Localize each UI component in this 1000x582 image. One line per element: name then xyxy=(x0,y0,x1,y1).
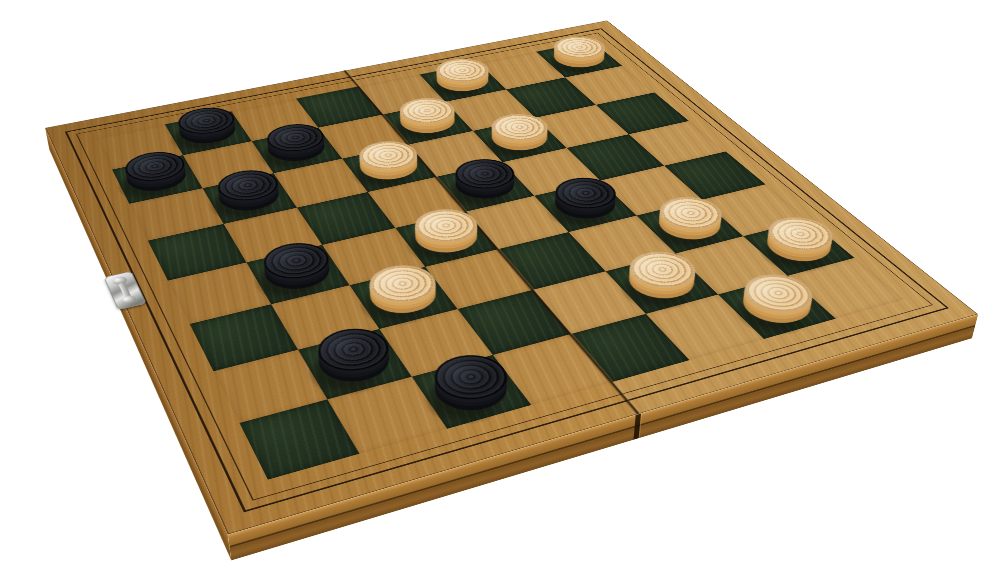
side-fold-notch xyxy=(633,413,641,440)
photo-canvas xyxy=(0,0,1000,582)
latch-knob-icon xyxy=(120,294,138,305)
checkers-board xyxy=(45,21,978,535)
light-checker[interactable] xyxy=(755,226,843,270)
